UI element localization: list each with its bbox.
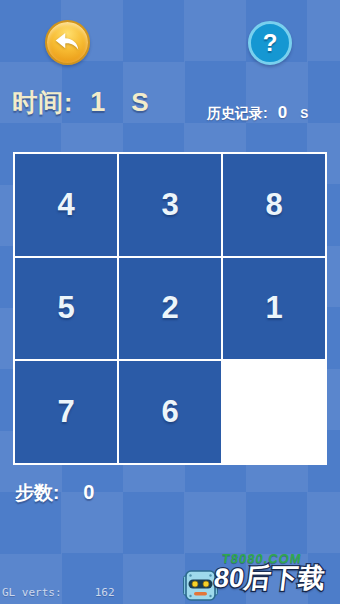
history-label: 历史记录: <box>207 105 268 123</box>
time-unit: S <box>131 87 148 118</box>
puzzle-tile-3[interactable]: 3 <box>119 154 221 256</box>
time-label: 时间: <box>12 86 73 119</box>
gl-verts-line: GL verts: 162 <box>2 586 115 600</box>
history-display: 历史记录: 0 S <box>207 103 308 123</box>
steps-display: 步数: 0 <box>15 480 94 506</box>
time-value: 1 <box>90 87 105 118</box>
back-arrow-icon <box>54 31 81 54</box>
puzzle-tile-4[interactable]: 4 <box>15 154 117 256</box>
history-value: 0 <box>278 103 287 123</box>
game-screen: ? 时间: 1 S 历史记录: 0 S 4 3 8 5 2 1 7 6 步数: … <box>0 0 340 604</box>
steps-value: 0 <box>83 481 94 504</box>
back-button[interactable] <box>45 20 90 65</box>
puzzle-tile-6[interactable]: 6 <box>119 361 221 463</box>
gl-debug-overlay: GL verts: 162 GL calls: 26 59.8 / 0.004 <box>2 558 115 604</box>
puzzle-tile-2[interactable]: 2 <box>119 258 221 360</box>
time-display: 时间: 1 S <box>12 86 149 119</box>
puzzle-tile-8[interactable]: 8 <box>223 154 325 256</box>
empty-cell <box>223 361 325 463</box>
watermark: T8080.COM 80后下载 <box>183 551 340 604</box>
puzzle-board: 4 3 8 5 2 1 7 6 <box>13 152 327 465</box>
help-button[interactable]: ? <box>248 21 292 65</box>
question-mark-icon: ? <box>263 29 278 57</box>
puzzle-tile-5[interactable]: 5 <box>15 258 117 360</box>
history-unit: S <box>300 107 308 121</box>
steps-label: 步数: <box>15 480 59 506</box>
watermark-site-text: 80后下载 <box>212 560 327 596</box>
puzzle-tile-1[interactable]: 1 <box>223 258 325 360</box>
puzzle-tile-7[interactable]: 7 <box>15 361 117 463</box>
